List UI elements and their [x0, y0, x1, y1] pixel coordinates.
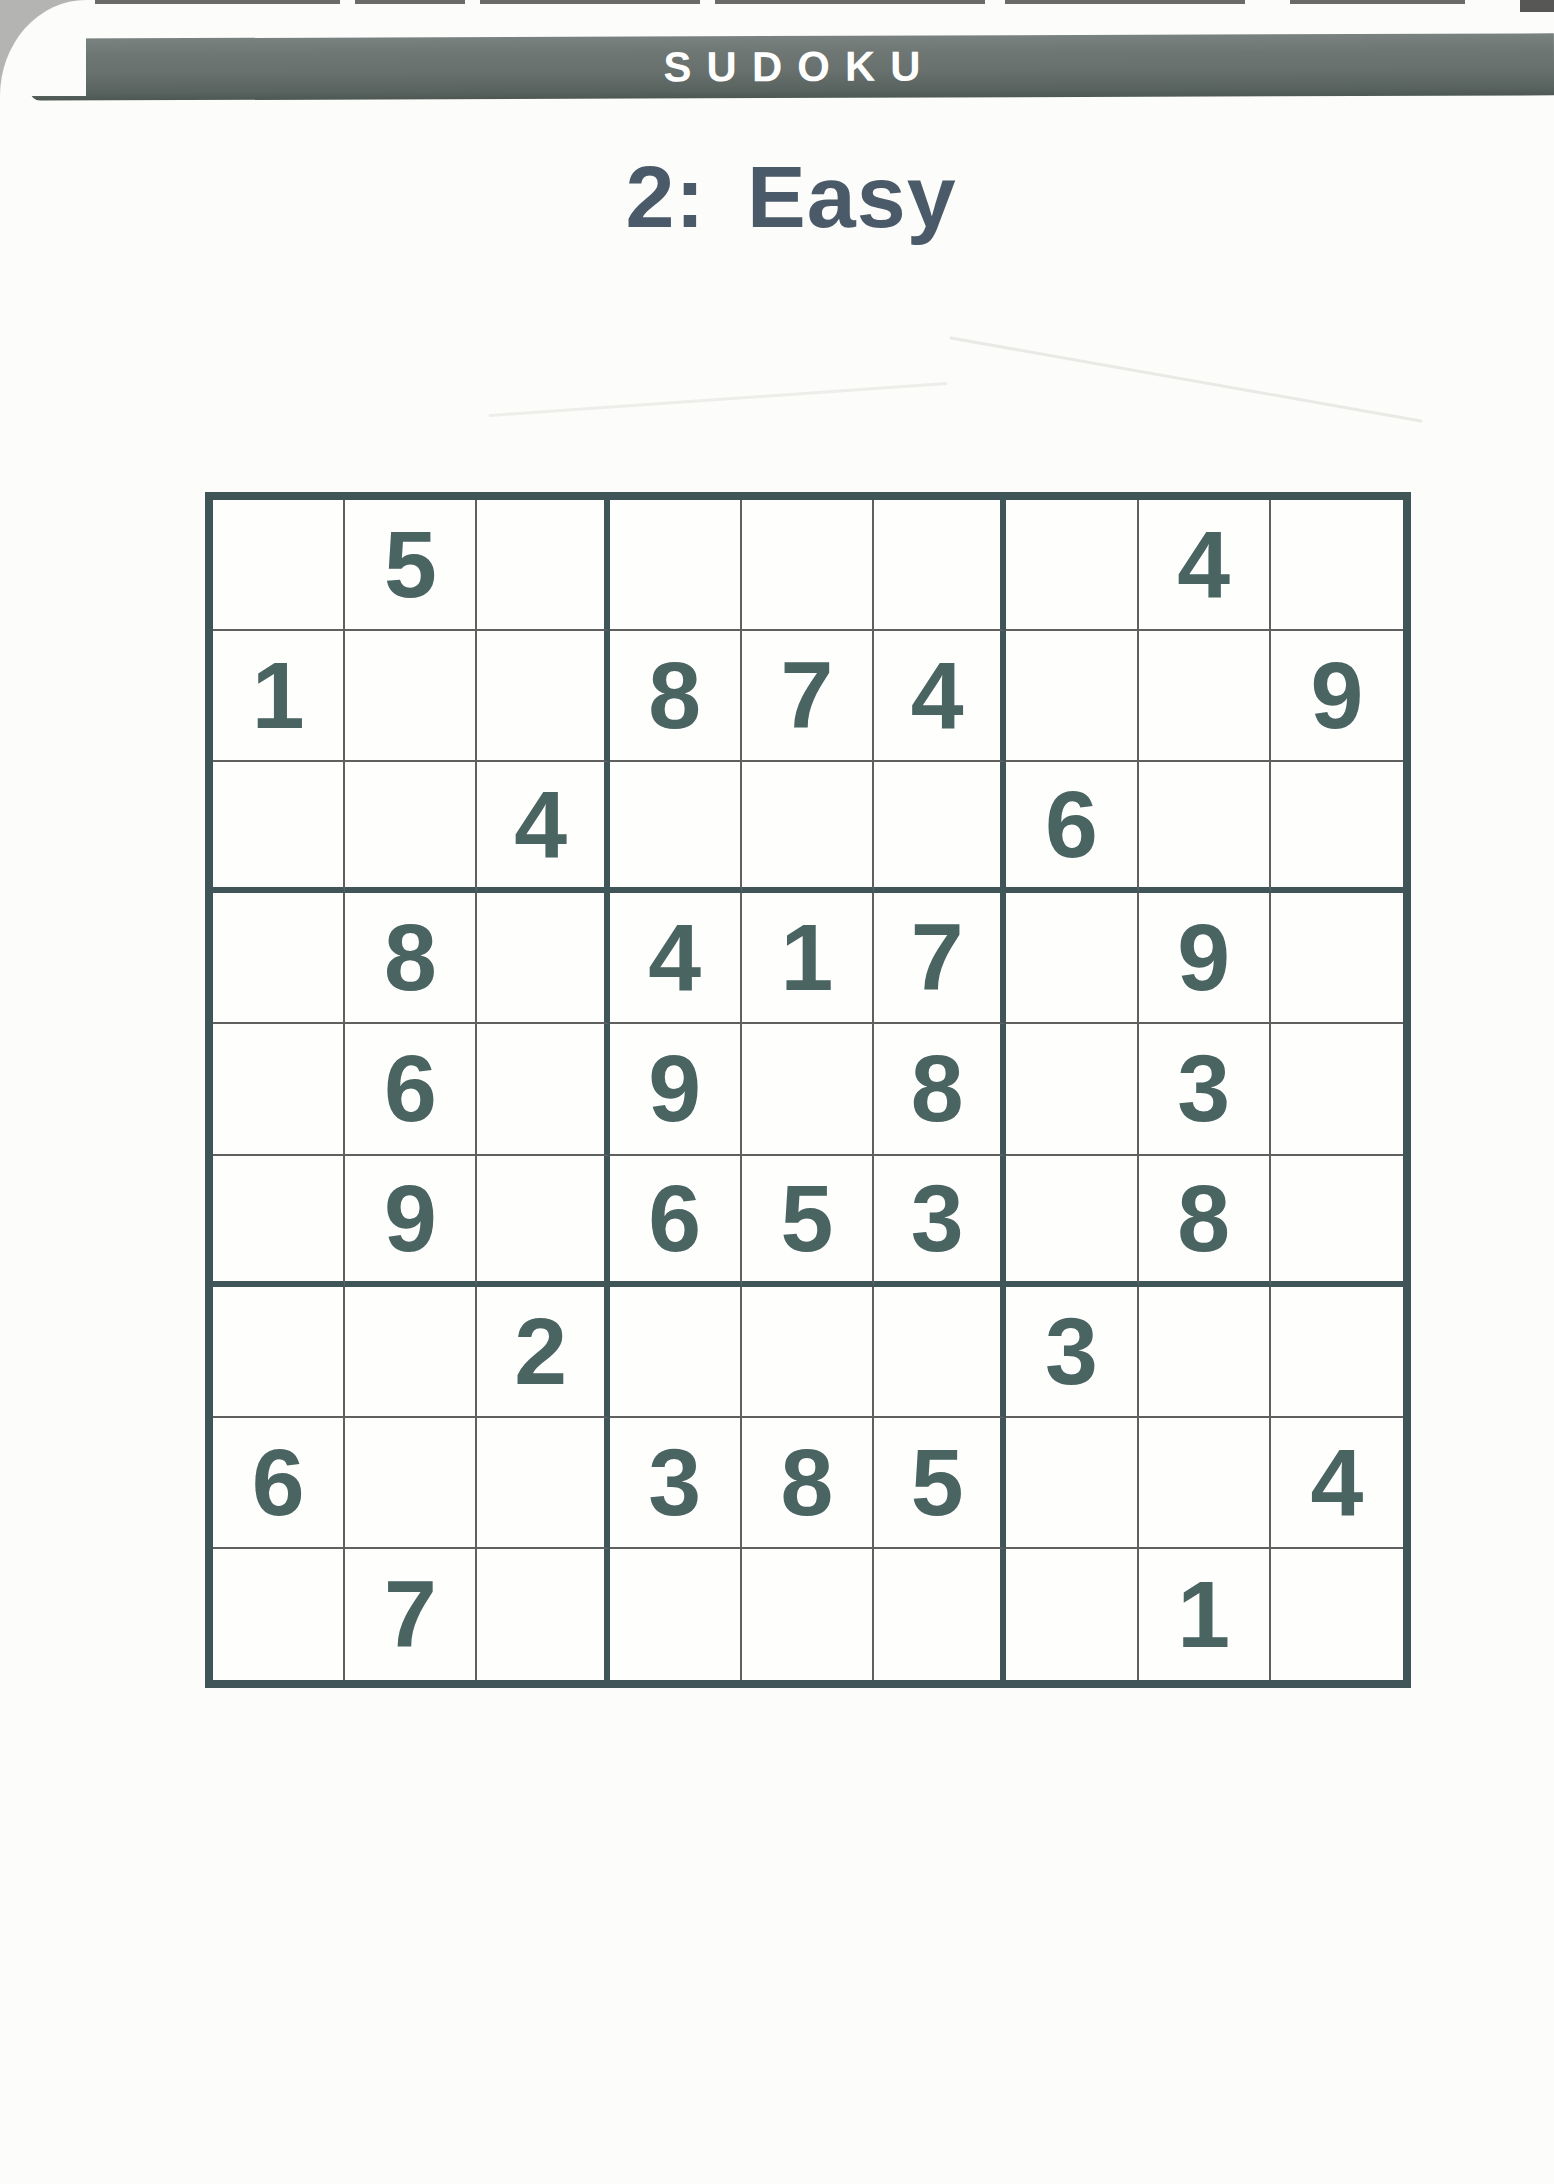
cell-r8c8[interactable]: [1139, 1418, 1271, 1549]
cell-r2c2[interactable]: [345, 631, 477, 762]
cell-r2c3[interactable]: [477, 631, 609, 762]
cell-r9c3[interactable]: [477, 1549, 609, 1680]
cell-r4c3[interactable]: [477, 893, 609, 1024]
cell-r6c1[interactable]: [213, 1156, 345, 1287]
cell-r6c9[interactable]: [1271, 1156, 1403, 1287]
cell-r3c9[interactable]: [1271, 762, 1403, 893]
scan-artifact-top-strip: [715, 0, 985, 4]
cell-r3c7: 6: [1006, 762, 1138, 893]
scan-artifact-top-strip: [1005, 0, 1245, 4]
cell-r4c2: 8: [345, 893, 477, 1024]
cell-r2c5: 7: [742, 631, 874, 762]
header-banner: SUDOKU: [30, 33, 1554, 100]
cell-r3c4[interactable]: [610, 762, 742, 893]
cell-r7c6[interactable]: [874, 1287, 1006, 1418]
cell-r8c4: 3: [610, 1418, 742, 1549]
cell-r8c3[interactable]: [477, 1418, 609, 1549]
cell-r2c1: 1: [213, 631, 345, 762]
cell-r9c2: 7: [345, 1549, 477, 1680]
scan-artifact-top-strip: [480, 0, 700, 4]
cell-r5c2: 6: [345, 1024, 477, 1155]
cell-r5c6: 8: [874, 1024, 1006, 1155]
cell-r3c6[interactable]: [874, 762, 1006, 893]
cell-r6c3[interactable]: [477, 1156, 609, 1287]
cell-r4c6: 7: [874, 893, 1006, 1024]
cell-r1c3[interactable]: [477, 500, 609, 631]
cell-r7c9[interactable]: [1271, 1287, 1403, 1418]
cell-r6c6: 3: [874, 1156, 1006, 1287]
scan-artifact-top-strip: [355, 0, 465, 4]
cell-r7c8[interactable]: [1139, 1287, 1271, 1418]
cell-r4c5: 1: [742, 893, 874, 1024]
cell-r4c1[interactable]: [213, 893, 345, 1024]
cell-r8c9: 4: [1271, 1418, 1403, 1549]
cell-r2c7[interactable]: [1006, 631, 1138, 762]
scan-streak: [949, 336, 1422, 422]
cell-r2c4: 8: [610, 631, 742, 762]
cell-r4c7[interactable]: [1006, 893, 1138, 1024]
cell-r8c1: 6: [213, 1418, 345, 1549]
cell-r6c8: 8: [1139, 1156, 1271, 1287]
cell-r7c5[interactable]: [742, 1287, 874, 1418]
cell-r2c6: 4: [874, 631, 1006, 762]
cell-r9c6[interactable]: [874, 1549, 1006, 1680]
cell-r5c3[interactable]: [477, 1024, 609, 1155]
cell-r4c8: 9: [1139, 893, 1271, 1024]
scan-artifact-top-strip: [1290, 0, 1465, 4]
cell-r5c8: 3: [1139, 1024, 1271, 1155]
cell-r6c5: 5: [742, 1156, 874, 1287]
banner-title: SUDOKU: [648, 42, 935, 91]
cell-r2c9: 9: [1271, 631, 1403, 762]
cell-r3c8[interactable]: [1139, 762, 1271, 893]
cell-r2c8[interactable]: [1139, 631, 1271, 762]
cell-r5c1[interactable]: [213, 1024, 345, 1155]
cell-r5c9[interactable]: [1271, 1024, 1403, 1155]
cell-r7c7: 3: [1006, 1287, 1138, 1418]
cell-r6c2: 9: [345, 1156, 477, 1287]
cell-r6c7[interactable]: [1006, 1156, 1138, 1287]
cell-r4c4: 4: [610, 893, 742, 1024]
cell-r1c5[interactable]: [742, 500, 874, 631]
cell-r7c3: 2: [477, 1287, 609, 1418]
cell-r1c4[interactable]: [610, 500, 742, 631]
cell-r9c4[interactable]: [610, 1549, 742, 1680]
cell-r8c7[interactable]: [1006, 1418, 1138, 1549]
cell-r5c7[interactable]: [1006, 1024, 1138, 1155]
scan-artifact-top-strip: [1520, 0, 1554, 12]
cell-r7c2[interactable]: [345, 1287, 477, 1418]
cell-r9c5[interactable]: [742, 1549, 874, 1680]
cell-r7c4[interactable]: [610, 1287, 742, 1418]
cell-r9c9[interactable]: [1271, 1549, 1403, 1680]
cell-r1c1[interactable]: [213, 500, 345, 631]
scan-artifact-top-strip: [95, 0, 340, 4]
cell-r6c4: 6: [610, 1156, 742, 1287]
page-corner-scan-artifact: [0, 0, 86, 96]
cell-r1c6[interactable]: [874, 500, 1006, 631]
cell-r3c5[interactable]: [742, 762, 874, 893]
cell-r5c5[interactable]: [742, 1024, 874, 1155]
cell-r3c1[interactable]: [213, 762, 345, 893]
cell-r1c7[interactable]: [1006, 500, 1138, 631]
cell-r3c2[interactable]: [345, 762, 477, 893]
cell-r8c2[interactable]: [345, 1418, 477, 1549]
cell-r8c5: 8: [742, 1418, 874, 1549]
cell-r1c2: 5: [345, 500, 477, 631]
cell-r9c1[interactable]: [213, 1549, 345, 1680]
cell-r1c8: 4: [1139, 500, 1271, 631]
cell-r7c1[interactable]: [213, 1287, 345, 1418]
cell-r5c4: 9: [610, 1024, 742, 1155]
cell-r9c7[interactable]: [1006, 1549, 1138, 1680]
cell-r9c8: 1: [1139, 1549, 1271, 1680]
puzzle-title: 2: Easy: [14, 146, 1554, 248]
cell-r1c9[interactable]: [1271, 500, 1403, 631]
sudoku-board: 54187494684179698396538236385471: [205, 492, 1411, 1688]
cell-r4c9[interactable]: [1271, 893, 1403, 1024]
cell-r8c6: 5: [874, 1418, 1006, 1549]
cell-r3c3: 4: [477, 762, 609, 893]
scan-streak: [488, 382, 947, 417]
